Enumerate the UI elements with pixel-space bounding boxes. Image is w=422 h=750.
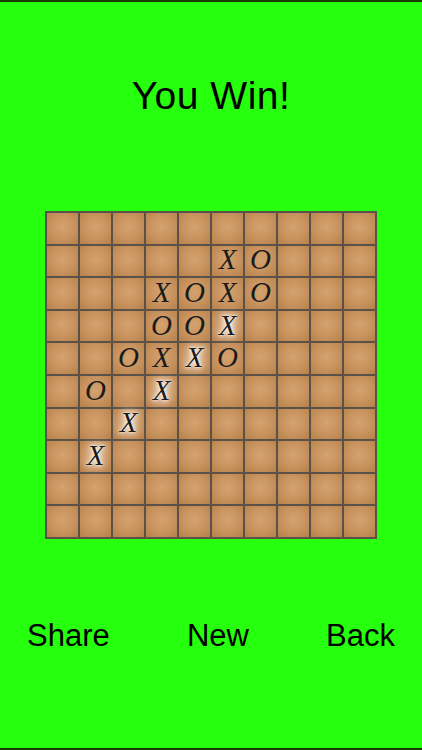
- piece-x-winning: X: [87, 441, 105, 470]
- cell-r9-c3[interactable]: [146, 506, 177, 537]
- cell-r5-c2[interactable]: [113, 376, 144, 407]
- cell-r8-c5[interactable]: [212, 474, 243, 505]
- cell-r3-c5[interactable]: X: [212, 311, 243, 342]
- piece-o: O: [250, 278, 271, 307]
- cell-r6-c6[interactable]: [245, 409, 276, 440]
- piece-x-winning: X: [219, 311, 237, 340]
- cell-r2-c5[interactable]: X: [212, 278, 243, 309]
- cell-r1-c0[interactable]: [47, 246, 78, 277]
- cell-r0-c0[interactable]: [47, 213, 78, 244]
- cell-r8-c7[interactable]: [278, 474, 309, 505]
- cell-r4-c5[interactable]: O: [212, 343, 243, 374]
- cell-r4-c8[interactable]: [311, 343, 342, 374]
- piece-o: O: [184, 278, 205, 307]
- piece-o: O: [151, 311, 172, 340]
- cell-r9-c0[interactable]: [47, 506, 78, 537]
- cell-r8-c1[interactable]: [80, 474, 111, 505]
- cell-r8-c3[interactable]: [146, 474, 177, 505]
- piece-o: O: [184, 311, 205, 340]
- cell-r8-c2[interactable]: [113, 474, 144, 505]
- cell-r9-c2[interactable]: [113, 506, 144, 537]
- cell-r6-c9[interactable]: [344, 409, 375, 440]
- cell-r7-c6[interactable]: [245, 441, 276, 472]
- cell-r3-c2[interactable]: [113, 311, 144, 342]
- cell-r7-c3[interactable]: [146, 441, 177, 472]
- piece-x: X: [219, 245, 237, 274]
- piece-x: X: [153, 343, 171, 372]
- cell-r8-c0[interactable]: [47, 474, 78, 505]
- share-button[interactable]: Share: [27, 618, 110, 654]
- cell-r4-c6[interactable]: [245, 343, 276, 374]
- cell-r1-c5[interactable]: X: [212, 246, 243, 277]
- cell-r1-c2[interactable]: [113, 246, 144, 277]
- cell-r2-c7[interactable]: [278, 278, 309, 309]
- cell-r9-c4[interactable]: [179, 506, 210, 537]
- cell-r2-c0[interactable]: [47, 278, 78, 309]
- cell-r9-c8[interactable]: [311, 506, 342, 537]
- cell-r4-c2[interactable]: O: [113, 343, 144, 374]
- cell-r5-c6[interactable]: [245, 376, 276, 407]
- cell-r7-c9[interactable]: [344, 441, 375, 472]
- piece-o: O: [250, 245, 271, 274]
- cell-r3-c0[interactable]: [47, 311, 78, 342]
- cell-r1-c6[interactable]: O: [245, 246, 276, 277]
- cell-r5-c8[interactable]: [311, 376, 342, 407]
- cell-r9-c6[interactable]: [245, 506, 276, 537]
- cell-r2-c2[interactable]: [113, 278, 144, 309]
- cell-r8-c8[interactable]: [311, 474, 342, 505]
- cell-r7-c4[interactable]: [179, 441, 210, 472]
- cell-r3-c1[interactable]: [80, 311, 111, 342]
- cell-r7-c1[interactable]: X: [80, 441, 111, 472]
- cell-r3-c8[interactable]: [311, 311, 342, 342]
- cell-r3-c6[interactable]: [245, 311, 276, 342]
- cell-r1-c8[interactable]: [311, 246, 342, 277]
- piece-x-winning: X: [120, 408, 138, 437]
- cell-r0-c3[interactable]: [146, 213, 177, 244]
- cell-r7-c7[interactable]: [278, 441, 309, 472]
- cell-r0-c8[interactable]: [311, 213, 342, 244]
- cell-r3-c3[interactable]: O: [146, 311, 177, 342]
- cell-r0-c7[interactable]: [278, 213, 309, 244]
- cell-r8-c6[interactable]: [245, 474, 276, 505]
- cell-r9-c7[interactable]: [278, 506, 309, 537]
- top-edge-line: [0, 0, 422, 2]
- cell-r2-c1[interactable]: [80, 278, 111, 309]
- cell-r9-c9[interactable]: [344, 506, 375, 537]
- back-button[interactable]: Back: [326, 618, 395, 654]
- cell-r1-c4[interactable]: [179, 246, 210, 277]
- cell-r9-c5[interactable]: [212, 506, 243, 537]
- piece-x-winning: X: [186, 343, 204, 372]
- cell-r2-c8[interactable]: [311, 278, 342, 309]
- cell-r3-c9[interactable]: [344, 311, 375, 342]
- cell-r1-c7[interactable]: [278, 246, 309, 277]
- cell-r0-c6[interactable]: [245, 213, 276, 244]
- cell-r1-c3[interactable]: [146, 246, 177, 277]
- cell-r0-c5[interactable]: [212, 213, 243, 244]
- piece-x: X: [153, 278, 171, 307]
- cell-r0-c4[interactable]: [179, 213, 210, 244]
- cell-r4-c7[interactable]: [278, 343, 309, 374]
- cell-r2-c4[interactable]: O: [179, 278, 210, 309]
- cell-r6-c4[interactable]: [179, 409, 210, 440]
- cell-r6-c1[interactable]: [80, 409, 111, 440]
- piece-o: O: [118, 343, 139, 372]
- game-board: XOXOXOOOXOXXOOXXX: [45, 211, 377, 539]
- cell-r1-c9[interactable]: [344, 246, 375, 277]
- cell-r4-c3[interactable]: X: [146, 343, 177, 374]
- cell-r8-c9[interactable]: [344, 474, 375, 505]
- cell-r7-c8[interactable]: [311, 441, 342, 472]
- cell-r6-c8[interactable]: [311, 409, 342, 440]
- cell-r5-c1[interactable]: O: [80, 376, 111, 407]
- cell-r4-c0[interactable]: [47, 343, 78, 374]
- cell-r0-c2[interactable]: [113, 213, 144, 244]
- cell-r1-c1[interactable]: [80, 246, 111, 277]
- piece-o: O: [85, 376, 106, 405]
- action-bar: Share New Back: [0, 618, 422, 654]
- cell-r4-c4[interactable]: X: [179, 343, 210, 374]
- game-win-screen: You Win! XOXOXOOOXOXXOOXXX Share New Bac…: [0, 0, 422, 750]
- cell-r3-c4[interactable]: O: [179, 311, 210, 342]
- cell-r7-c0[interactable]: [47, 441, 78, 472]
- cell-r6-c0[interactable]: [47, 409, 78, 440]
- cell-r5-c9[interactable]: [344, 376, 375, 407]
- cell-r2-c6[interactable]: O: [245, 278, 276, 309]
- new-game-button[interactable]: New: [187, 618, 249, 654]
- cell-r7-c2[interactable]: [113, 441, 144, 472]
- piece-x-winning: X: [153, 376, 171, 405]
- cell-r5-c7[interactable]: [278, 376, 309, 407]
- cell-r4-c1[interactable]: [80, 343, 111, 374]
- cell-r0-c1[interactable]: [80, 213, 111, 244]
- cell-r5-c0[interactable]: [47, 376, 78, 407]
- cell-r0-c9[interactable]: [344, 213, 375, 244]
- cell-r2-c9[interactable]: [344, 278, 375, 309]
- cell-r9-c1[interactable]: [80, 506, 111, 537]
- cell-r6-c3[interactable]: [146, 409, 177, 440]
- cell-r5-c5[interactable]: [212, 376, 243, 407]
- cell-r5-c3[interactable]: X: [146, 376, 177, 407]
- cell-r6-c7[interactable]: [278, 409, 309, 440]
- cell-r6-c2[interactable]: X: [113, 409, 144, 440]
- cell-r2-c3[interactable]: X: [146, 278, 177, 309]
- piece-x: X: [219, 278, 237, 307]
- cell-r5-c4[interactable]: [179, 376, 210, 407]
- cell-r3-c7[interactable]: [278, 311, 309, 342]
- cell-r4-c9[interactable]: [344, 343, 375, 374]
- cell-r8-c4[interactable]: [179, 474, 210, 505]
- cell-r6-c5[interactable]: [212, 409, 243, 440]
- cell-r7-c5[interactable]: [212, 441, 243, 472]
- piece-o: O: [217, 343, 238, 372]
- result-title: You Win!: [0, 74, 422, 118]
